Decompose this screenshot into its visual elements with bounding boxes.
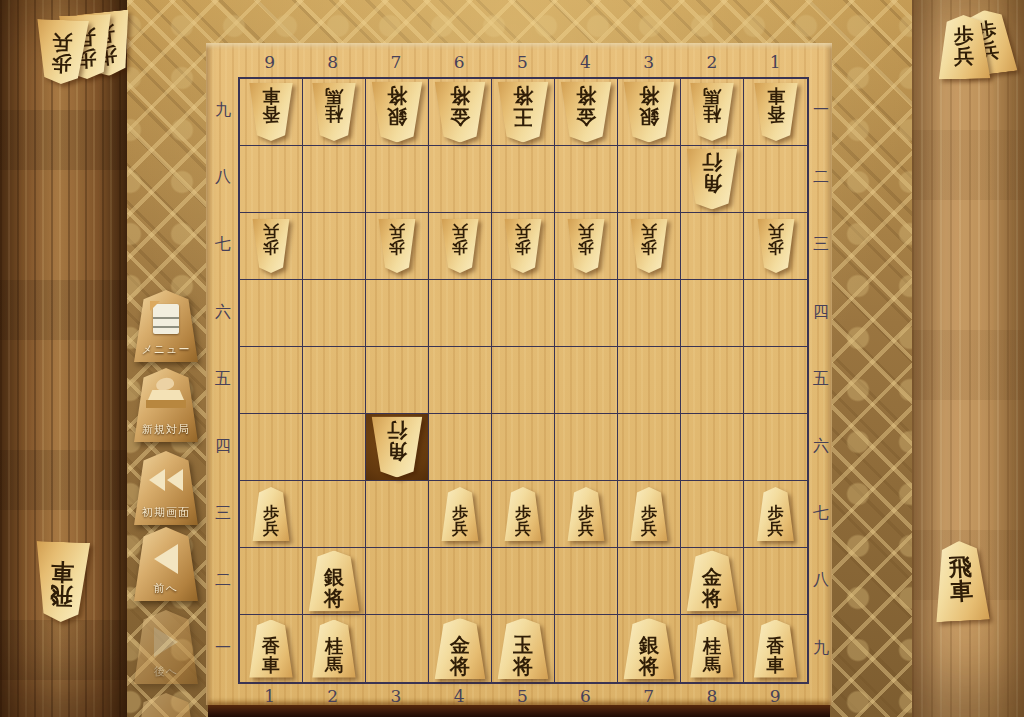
piece-sente-金将[interactable]: 金将 [433, 618, 488, 679]
rank-labels-right: 一二三四五六七八九 [808, 77, 834, 682]
new-game-button[interactable]: 新規対局 [132, 368, 200, 442]
square-3-9[interactable]: 銀将 [618, 615, 681, 682]
coord-label: 9 [744, 685, 807, 707]
next-move-button[interactable]: 後へ [132, 610, 200, 684]
piece-sente-香車[interactable]: 香車 [752, 620, 799, 678]
square-8-1[interactable]: 桂馬 [303, 79, 366, 146]
square-1-5[interactable] [744, 347, 807, 414]
piece-sente-桂馬[interactable]: 桂馬 [689, 620, 736, 678]
piece-kanji: 歩兵 [641, 505, 657, 541]
square-5-9[interactable]: 玉将 [492, 615, 555, 682]
coord-label: 九 [808, 615, 834, 682]
square-8-8[interactable]: 銀将 [303, 548, 366, 615]
square-8-2[interactable] [303, 146, 366, 213]
coord-label: 四 [210, 413, 236, 480]
square-9-6[interactable] [240, 414, 303, 481]
square-2-8[interactable]: 金将 [681, 548, 744, 615]
square-5-1[interactable]: 王将 [492, 79, 555, 146]
coord-label: 2 [301, 685, 364, 707]
hand-piece-gote-pawn[interactable]: 歩兵 [33, 19, 91, 85]
coord-label: 七 [210, 211, 236, 278]
square-1-7[interactable]: 歩兵 [744, 481, 807, 548]
prev-arrow-icon [154, 544, 178, 578]
piece-sente-玉将[interactable]: 玉将 [496, 618, 551, 679]
hand-over-piece-box-icon [146, 382, 186, 408]
piece-kanji: 金将 [702, 567, 722, 612]
coord-label: 4 [428, 685, 491, 707]
piece-sente-銀将[interactable]: 銀将 [307, 551, 362, 612]
square-8-9[interactable]: 桂馬 [303, 615, 366, 682]
square-6-8[interactable] [429, 548, 492, 615]
piece-gote-歩兵[interactable]: 歩兵 [566, 219, 606, 273]
piece-sente-歩兵[interactable]: 歩兵 [629, 487, 669, 541]
square-3-7[interactable]: 歩兵 [618, 481, 681, 548]
coord-label: 四 [808, 279, 834, 346]
piece-kanji: 銀将 [324, 567, 344, 612]
square-7-2[interactable] [366, 146, 429, 213]
coord-label: 八 [210, 144, 236, 211]
square-4-5[interactable] [555, 347, 618, 414]
square-6-2[interactable] [429, 146, 492, 213]
coord-label: 6 [428, 51, 491, 73]
file-labels-top: 987654321 [238, 51, 807, 73]
piece-sente-金将[interactable]: 金将 [685, 551, 740, 612]
initial-screen-button[interactable]: 初期画面 [132, 451, 200, 525]
coord-label: 三 [808, 211, 834, 278]
gote-hand-rook: 飛車 [33, 542, 93, 626]
coord-label: 7 [364, 51, 427, 73]
coord-label: 三 [210, 480, 236, 547]
piece-kanji: 歩兵 [641, 219, 657, 255]
hand-piece-gote-rook[interactable]: 飛車 [32, 541, 93, 623]
square-4-2[interactable] [555, 146, 618, 213]
piece-kanji: 飛車 [948, 555, 974, 607]
piece-kanji: 角行 [702, 149, 722, 194]
square-6-6[interactable] [429, 414, 492, 481]
piece-kanji: 銀将 [639, 634, 659, 679]
coord-label: 五 [808, 346, 834, 413]
square-8-6[interactable] [303, 414, 366, 481]
piece-kanji: 歩兵 [768, 505, 784, 541]
coord-label: 2 [680, 51, 743, 73]
piece-kanji: 桂馬 [703, 637, 721, 677]
piece-kanji: 金将 [576, 82, 596, 127]
menu-button-label: 前へ [132, 581, 200, 596]
piece-kanji: 金将 [450, 634, 470, 679]
piece-kanji: 銀将 [387, 82, 407, 127]
square-3-1[interactable]: 銀将 [618, 79, 681, 146]
coord-label: 3 [617, 51, 680, 73]
piece-sente-歩兵[interactable]: 歩兵 [566, 487, 606, 541]
piece-gote-歩兵[interactable]: 歩兵 [251, 219, 291, 273]
piece-kanji: 歩兵 [452, 505, 468, 541]
square-9-7[interactable]: 歩兵 [240, 481, 303, 548]
square-6-4[interactable] [429, 280, 492, 347]
square-4-8[interactable] [555, 548, 618, 615]
board-front-edge [208, 705, 830, 717]
square-5-6[interactable] [492, 414, 555, 481]
piece-kanji: 歩兵 [263, 219, 279, 255]
square-5-2[interactable] [492, 146, 555, 213]
square-3-8[interactable] [618, 548, 681, 615]
coord-label: 八 [808, 547, 834, 614]
coord-label: 九 [210, 77, 236, 144]
gote-hand-pawns: 歩兵 歩兵 歩兵 [34, 12, 126, 84]
square-6-7[interactable]: 歩兵 [429, 481, 492, 548]
coord-label: 5 [491, 51, 554, 73]
piece-kanji: 歩兵 [389, 219, 405, 255]
square-7-9[interactable] [366, 615, 429, 682]
square-6-3[interactable]: 歩兵 [429, 213, 492, 280]
piece-gote-歩兵[interactable]: 歩兵 [503, 219, 543, 273]
piece-gote-香車[interactable]: 香車 [248, 83, 295, 141]
piece-kanji: 桂馬 [325, 83, 343, 123]
square-4-4[interactable] [555, 280, 618, 347]
square-7-3[interactable]: 歩兵 [366, 213, 429, 280]
square-4-3[interactable]: 歩兵 [555, 213, 618, 280]
file-labels-bottom: 123456789 [238, 685, 807, 707]
coord-label: 6 [554, 685, 617, 707]
coord-label: 8 [680, 685, 743, 707]
menu-button-label: 初期画面 [132, 505, 200, 520]
square-6-9[interactable]: 金将 [429, 615, 492, 682]
menu-button-label: 新規対局 [132, 422, 200, 437]
menu-button-label: 後へ [132, 664, 200, 679]
coord-label: 3 [364, 685, 427, 707]
document-icon [153, 304, 179, 334]
piece-kanji: 歩兵 [515, 505, 531, 541]
piece-kanji: 桂馬 [325, 637, 343, 677]
piece-kanji: 香車 [262, 83, 280, 123]
square-4-6[interactable] [555, 414, 618, 481]
piece-kanji: 香車 [262, 637, 280, 677]
coord-label: 二 [210, 547, 236, 614]
square-6-1[interactable]: 金将 [429, 79, 492, 146]
square-8-4[interactable] [303, 280, 366, 347]
coord-label: 六 [210, 279, 236, 346]
piece-kanji: 王将 [513, 82, 533, 127]
square-1-9[interactable]: 香車 [744, 615, 807, 682]
piece-sente-香車[interactable]: 香車 [248, 620, 295, 678]
square-2-5[interactable] [681, 347, 744, 414]
square-5-5[interactable] [492, 347, 555, 414]
piece-kanji: 歩兵 [578, 219, 594, 255]
piece-kanji: 歩兵 [515, 219, 531, 255]
coord-label: 7 [617, 685, 680, 707]
previous-move-button[interactable]: 前へ [132, 527, 200, 601]
square-9-2[interactable] [240, 146, 303, 213]
square-1-3[interactable]: 歩兵 [744, 213, 807, 280]
piece-gote-銀将[interactable]: 銀将 [622, 82, 677, 143]
coord-label: 1 [238, 685, 301, 707]
coord-label: 一 [210, 615, 236, 682]
square-7-6[interactable]: 角行 [366, 414, 429, 481]
square-5-7[interactable]: 歩兵 [492, 481, 555, 548]
coord-label: 4 [554, 51, 617, 73]
piece-kanji: 桂馬 [703, 83, 721, 123]
piece-kanji: 飛車 [50, 556, 75, 608]
square-3-2[interactable] [618, 146, 681, 213]
square-4-7[interactable]: 歩兵 [555, 481, 618, 548]
piece-kanji: 玉将 [513, 634, 533, 679]
hand-piece-sente-pawn[interactable]: 歩兵 [935, 15, 992, 80]
piece-gote-金将[interactable]: 金将 [433, 82, 488, 143]
square-2-6[interactable] [681, 414, 744, 481]
square-9-8[interactable] [240, 548, 303, 615]
piece-gote-香車[interactable]: 香車 [752, 83, 799, 141]
square-9-5[interactable] [240, 347, 303, 414]
square-6-5[interactable] [429, 347, 492, 414]
piece-kanji: 香車 [767, 637, 785, 677]
sente-hand-pawns: 歩兵 歩兵 [936, 10, 1020, 82]
coord-label: 9 [238, 51, 301, 73]
square-9-1[interactable]: 香車 [240, 79, 303, 146]
piece-gote-角行[interactable]: 角行 [370, 417, 425, 478]
coord-label: 六 [808, 413, 834, 480]
piece-kanji: 歩兵 [768, 219, 784, 255]
piece-sente-歩兵[interactable]: 歩兵 [251, 487, 291, 541]
square-8-5[interactable] [303, 347, 366, 414]
piece-gote-銀将[interactable]: 銀将 [370, 82, 425, 143]
coord-label: 1 [744, 51, 807, 73]
square-2-2[interactable]: 角行 [681, 146, 744, 213]
coord-label: 五 [210, 346, 236, 413]
piece-gote-桂馬[interactable]: 桂馬 [689, 83, 736, 141]
piece-shaped-button-face [132, 693, 200, 717]
piece-kanji: 香車 [767, 83, 785, 123]
piece-sente-歩兵[interactable]: 歩兵 [503, 487, 543, 541]
square-8-3[interactable] [303, 213, 366, 280]
square-5-3[interactable]: 歩兵 [492, 213, 555, 280]
square-1-4[interactable] [744, 280, 807, 347]
menu-button-label: メニュー [132, 342, 200, 357]
piece-kanji: 角行 [387, 417, 407, 462]
square-3-5[interactable] [618, 347, 681, 414]
square-3-4[interactable] [618, 280, 681, 347]
square-7-5[interactable] [366, 347, 429, 414]
square-7-1[interactable]: 銀将 [366, 79, 429, 146]
sente-hand-rook: 飛車 [932, 541, 994, 629]
menu-button[interactable]: メニュー [132, 290, 200, 362]
square-5-8[interactable] [492, 548, 555, 615]
rank-labels-left: 九八七六五四三二一 [210, 77, 236, 682]
piece-gote-歩兵[interactable]: 歩兵 [440, 219, 480, 273]
piece-kanji: 金将 [450, 82, 470, 127]
piece-gote-歩兵[interactable]: 歩兵 [629, 219, 669, 273]
square-8-7[interactable] [303, 481, 366, 548]
menu-button-partially-visible[interactable] [132, 693, 200, 717]
square-7-7[interactable] [366, 481, 429, 548]
square-4-9[interactable] [555, 615, 618, 682]
square-1-1[interactable]: 香車 [744, 79, 807, 146]
coord-label: 一 [808, 77, 834, 144]
piece-kanji: 歩兵 [954, 25, 975, 70]
rewind-icon [149, 469, 183, 491]
coord-label: 七 [808, 480, 834, 547]
piece-gote-角行[interactable]: 角行 [685, 149, 740, 210]
piece-gote-金将[interactable]: 金将 [559, 82, 614, 143]
piece-sente-歩兵[interactable]: 歩兵 [756, 487, 796, 541]
square-2-1[interactable]: 桂馬 [681, 79, 744, 146]
next-arrow-icon [154, 627, 178, 661]
square-2-3[interactable] [681, 213, 744, 280]
coord-label: 5 [491, 685, 554, 707]
square-7-4[interactable] [366, 280, 429, 347]
square-9-4[interactable] [240, 280, 303, 347]
piece-gote-王将[interactable]: 王将 [496, 82, 551, 143]
square-2-9[interactable]: 桂馬 [681, 615, 744, 682]
square-3-3[interactable]: 歩兵 [618, 213, 681, 280]
piece-gote-桂馬[interactable]: 桂馬 [311, 83, 358, 141]
board-grid: 香車桂馬銀将金将王将金将銀将桂馬香車角行歩兵歩兵歩兵歩兵歩兵歩兵歩兵角行歩兵歩兵… [238, 77, 809, 684]
square-1-8[interactable] [744, 548, 807, 615]
square-2-4[interactable] [681, 280, 744, 347]
square-1-6[interactable] [744, 414, 807, 481]
piece-kanji: 銀将 [639, 82, 659, 127]
piece-kanji: 歩兵 [51, 29, 73, 74]
square-7-8[interactable] [366, 548, 429, 615]
piece-kanji: 歩兵 [578, 505, 594, 541]
coord-label: 8 [301, 51, 364, 73]
piece-kanji: 歩兵 [263, 505, 279, 541]
piece-sente-歩兵[interactable]: 歩兵 [440, 487, 480, 541]
piece-sente-銀将[interactable]: 銀将 [622, 618, 677, 679]
piece-gote-歩兵[interactable]: 歩兵 [756, 219, 796, 273]
square-3-6[interactable] [618, 414, 681, 481]
piece-sente-桂馬[interactable]: 桂馬 [311, 620, 358, 678]
square-9-3[interactable]: 歩兵 [240, 213, 303, 280]
hand-piece-sente-rook[interactable]: 飛車 [930, 540, 992, 623]
square-9-9[interactable]: 香車 [240, 615, 303, 682]
piece-kanji: 歩兵 [452, 219, 468, 255]
square-1-2[interactable] [744, 146, 807, 213]
shogi-board: 987654321 123456789 九八七六五四三二一 一二三四五六七八九 … [206, 43, 832, 705]
square-2-7[interactable] [681, 481, 744, 548]
square-5-4[interactable] [492, 280, 555, 347]
square-4-1[interactable]: 金将 [555, 79, 618, 146]
coord-label: 二 [808, 144, 834, 211]
piece-gote-歩兵[interactable]: 歩兵 [377, 219, 417, 273]
